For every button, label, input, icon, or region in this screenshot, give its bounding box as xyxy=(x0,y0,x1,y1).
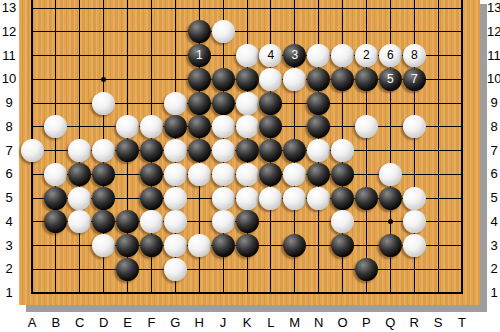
white-stone[interactable] xyxy=(307,44,330,67)
coord-label-bottom: P xyxy=(356,316,376,330)
white-stone[interactable] xyxy=(307,187,330,210)
white-stone[interactable] xyxy=(164,258,187,281)
white-stone[interactable] xyxy=(283,163,306,186)
white-stone[interactable] xyxy=(212,139,235,162)
white-stone[interactable] xyxy=(307,139,330,162)
black-stone[interactable] xyxy=(92,163,115,186)
white-stone[interactable] xyxy=(331,139,354,162)
white-stone-move-4[interactable]: 4 xyxy=(259,44,282,67)
white-stone[interactable] xyxy=(92,139,115,162)
coord-label-bottom: F xyxy=(141,316,161,330)
coord-label-right: 8 xyxy=(487,120,500,134)
go-app-window: 14326857 1312111098765432113121110987654… xyxy=(0,0,500,332)
white-stone[interactable] xyxy=(68,187,91,210)
white-stone[interactable] xyxy=(140,115,163,138)
coord-label-left: 12 xyxy=(0,25,18,39)
coord-label-left: 7 xyxy=(0,144,18,158)
white-stone[interactable] xyxy=(92,92,115,115)
grid-line-vertical xyxy=(461,0,463,294)
white-stone[interactable] xyxy=(236,44,259,67)
black-stone[interactable] xyxy=(68,163,91,186)
white-stone[interactable] xyxy=(140,210,163,233)
coord-label-right: 9 xyxy=(487,96,500,110)
black-stone[interactable] xyxy=(331,187,354,210)
grid-line-horizontal xyxy=(31,31,463,32)
coord-label-right: 1 xyxy=(487,286,500,300)
star-point xyxy=(388,219,393,224)
grid-line-horizontal xyxy=(31,292,463,294)
black-stone[interactable] xyxy=(116,258,139,281)
coord-label-right: 13 xyxy=(487,1,500,15)
grid-line-vertical xyxy=(438,0,439,294)
board-shadow-bottom xyxy=(26,305,487,312)
coord-label-left: 3 xyxy=(0,239,18,253)
black-stone[interactable] xyxy=(116,234,139,257)
coord-label-right: 3 xyxy=(487,239,500,253)
coord-label-right: 2 xyxy=(487,262,500,276)
black-stone[interactable] xyxy=(44,210,67,233)
star-point xyxy=(101,77,106,82)
white-stone-move-2[interactable]: 2 xyxy=(355,44,378,67)
coord-label-left: 6 xyxy=(0,167,18,181)
coord-label-left: 11 xyxy=(0,49,18,63)
coord-label-bottom: E xyxy=(118,316,138,330)
coord-label-left: 2 xyxy=(0,262,18,276)
coord-label-bottom: D xyxy=(94,316,114,330)
white-stone[interactable] xyxy=(331,210,354,233)
black-stone[interactable] xyxy=(283,234,306,257)
black-stone[interactable] xyxy=(140,187,163,210)
black-stone[interactable] xyxy=(188,139,211,162)
white-stone[interactable] xyxy=(44,163,67,186)
black-stone[interactable] xyxy=(331,68,354,91)
white-stone[interactable] xyxy=(331,44,354,67)
coord-label-bottom: T xyxy=(452,316,472,330)
black-stone[interactable] xyxy=(92,210,115,233)
black-stone[interactable] xyxy=(379,187,402,210)
black-stone[interactable] xyxy=(307,115,330,138)
coord-label-left: 4 xyxy=(0,215,18,229)
white-stone[interactable] xyxy=(236,187,259,210)
coord-label-left: 1 xyxy=(0,286,18,300)
white-stone[interactable] xyxy=(212,20,235,43)
coord-label-bottom: C xyxy=(70,316,90,330)
black-stone[interactable] xyxy=(331,234,354,257)
black-stone[interactable] xyxy=(331,163,354,186)
white-stone[interactable] xyxy=(355,115,378,138)
white-stone[interactable] xyxy=(212,210,235,233)
white-stone[interactable] xyxy=(403,234,426,257)
go-board[interactable]: 14326857 xyxy=(19,0,480,305)
grid-line-vertical xyxy=(55,0,56,294)
white-stone[interactable] xyxy=(92,234,115,257)
black-stone[interactable] xyxy=(236,234,259,257)
white-stone[interactable] xyxy=(21,139,44,162)
white-stone[interactable] xyxy=(259,68,282,91)
black-stone[interactable] xyxy=(307,92,330,115)
black-stone[interactable] xyxy=(44,187,67,210)
coord-label-right: 12 xyxy=(487,25,500,39)
white-stone[interactable] xyxy=(212,187,235,210)
white-stone[interactable] xyxy=(68,139,91,162)
black-stone[interactable] xyxy=(236,139,259,162)
white-stone[interactable] xyxy=(164,139,187,162)
black-stone[interactable] xyxy=(259,163,282,186)
coord-label-bottom: Q xyxy=(380,316,400,330)
white-stone-move-8[interactable]: 8 xyxy=(403,44,426,67)
coord-label-left: 13 xyxy=(0,1,18,15)
coord-label-bottom: O xyxy=(333,316,353,330)
coord-label-bottom: B xyxy=(46,316,66,330)
coord-label-right: 6 xyxy=(487,167,500,181)
board-shadow-right xyxy=(480,4,487,312)
coord-label-bottom: L xyxy=(261,316,281,330)
black-stone[interactable] xyxy=(92,187,115,210)
black-stone[interactable] xyxy=(212,68,235,91)
white-stone[interactable] xyxy=(236,115,259,138)
black-stone-move-3[interactable]: 3 xyxy=(283,44,306,67)
black-stone[interactable] xyxy=(188,68,211,91)
black-stone[interactable] xyxy=(188,115,211,138)
coord-label-left: 8 xyxy=(0,120,18,134)
coord-label-bottom: S xyxy=(428,316,448,330)
coord-label-bottom: M xyxy=(285,316,305,330)
coord-label-bottom: H xyxy=(189,316,209,330)
white-stone[interactable] xyxy=(212,115,235,138)
white-stone[interactable] xyxy=(403,210,426,233)
coord-label-bottom: N xyxy=(309,316,329,330)
white-stone[interactable] xyxy=(188,163,211,186)
white-stone[interactable] xyxy=(259,187,282,210)
coord-label-right: 5 xyxy=(487,191,500,205)
black-stone[interactable] xyxy=(116,139,139,162)
black-stone[interactable] xyxy=(307,163,330,186)
black-stone[interactable] xyxy=(355,258,378,281)
black-stone[interactable] xyxy=(188,20,211,43)
white-stone[interactable] xyxy=(403,187,426,210)
white-stone[interactable] xyxy=(283,68,306,91)
coord-label-bottom: K xyxy=(237,316,257,330)
coord-label-left: 9 xyxy=(0,96,18,110)
black-stone[interactable] xyxy=(188,92,211,115)
white-stone-move-6[interactable]: 6 xyxy=(379,44,402,67)
coord-label-right: 11 xyxy=(487,49,500,63)
white-stone[interactable] xyxy=(68,210,91,233)
grid-line-horizontal xyxy=(31,269,463,270)
black-stone[interactable] xyxy=(259,115,282,138)
black-stone[interactable] xyxy=(259,139,282,162)
coord-label-bottom: J xyxy=(213,316,233,330)
white-stone[interactable] xyxy=(236,163,259,186)
black-stone[interactable] xyxy=(236,68,259,91)
coord-label-right: 4 xyxy=(487,215,500,229)
black-stone[interactable] xyxy=(283,139,306,162)
black-stone[interactable] xyxy=(212,92,235,115)
black-stone[interactable] xyxy=(236,210,259,233)
white-stone[interactable] xyxy=(212,163,235,186)
black-stone[interactable] xyxy=(379,234,402,257)
white-stone[interactable] xyxy=(44,115,67,138)
white-stone[interactable] xyxy=(188,234,211,257)
black-stone-move-1[interactable]: 1 xyxy=(188,44,211,67)
black-stone[interactable] xyxy=(116,210,139,233)
coord-label-left: 5 xyxy=(0,191,18,205)
white-stone[interactable] xyxy=(164,210,187,233)
white-stone[interactable] xyxy=(283,187,306,210)
black-stone[interactable] xyxy=(355,68,378,91)
white-stone[interactable] xyxy=(164,187,187,210)
black-stone[interactable] xyxy=(212,234,235,257)
black-stone[interactable] xyxy=(140,163,163,186)
white-stone[interactable] xyxy=(164,92,187,115)
black-stone[interactable] xyxy=(355,187,378,210)
black-stone-move-5[interactable]: 5 xyxy=(379,68,402,91)
coord-label-right: 7 xyxy=(487,144,500,158)
black-stone[interactable] xyxy=(259,92,282,115)
coord-label-bottom: G xyxy=(165,316,185,330)
coord-label-left: 10 xyxy=(0,72,18,86)
white-stone[interactable] xyxy=(164,163,187,186)
grid-line-horizontal xyxy=(31,8,463,9)
coord-label-right: 10 xyxy=(487,72,500,86)
white-stone[interactable] xyxy=(403,115,426,138)
black-stone[interactable] xyxy=(307,68,330,91)
black-stone-move-7[interactable]: 7 xyxy=(403,68,426,91)
black-stone[interactable] xyxy=(164,115,187,138)
white-stone[interactable] xyxy=(379,163,402,186)
white-stone[interactable] xyxy=(116,115,139,138)
black-stone[interactable] xyxy=(140,139,163,162)
white-stone[interactable] xyxy=(236,92,259,115)
black-stone[interactable] xyxy=(140,234,163,257)
coord-label-bottom: R xyxy=(404,316,424,330)
coord-label-bottom: A xyxy=(22,316,42,330)
white-stone[interactable] xyxy=(164,234,187,257)
